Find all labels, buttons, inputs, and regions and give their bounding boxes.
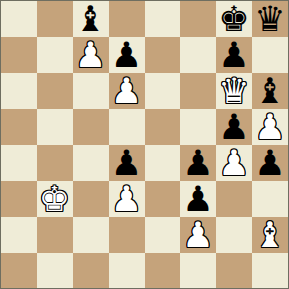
piece-black-queen[interactable]: ♛ [252,1,288,37]
piece-white-pawn[interactable]: ♟ [216,145,252,181]
square-h6[interactable]: ♝ [252,73,288,109]
square-a4[interactable] [1,145,37,181]
square-a2[interactable] [1,217,37,253]
piece-white-king[interactable]: ♚ [37,181,73,217]
piece-white-queen[interactable]: ♛ [216,73,252,109]
square-b8[interactable] [37,1,73,37]
square-d3[interactable]: ♟ [109,181,145,217]
square-c6[interactable] [73,73,109,109]
square-f1[interactable] [180,253,216,288]
square-g8[interactable]: ♚ [216,1,252,37]
square-e4[interactable] [145,145,181,181]
piece-black-pawn[interactable]: ♟ [180,181,216,217]
piece-black-king[interactable]: ♚ [216,1,252,37]
piece-black-pawn[interactable]: ♟ [109,145,145,181]
square-f8[interactable] [180,1,216,37]
square-e6[interactable] [145,73,181,109]
square-g7[interactable]: ♟ [216,37,252,73]
square-c8[interactable]: ♝ [73,1,109,37]
square-c5[interactable] [73,109,109,145]
square-c7[interactable]: ♟ [73,37,109,73]
square-h7[interactable] [252,37,288,73]
square-d6[interactable]: ♟ [109,73,145,109]
square-b5[interactable] [37,109,73,145]
square-h8[interactable]: ♛ [252,1,288,37]
square-e8[interactable] [145,1,181,37]
square-d2[interactable] [109,217,145,253]
piece-black-pawn[interactable]: ♟ [109,37,145,73]
square-g3[interactable] [216,181,252,217]
piece-white-pawn[interactable]: ♟ [180,217,216,253]
square-b2[interactable] [37,217,73,253]
square-g4[interactable]: ♟ [216,145,252,181]
piece-white-pawn[interactable]: ♟ [73,37,109,73]
square-g2[interactable] [216,217,252,253]
square-e5[interactable] [145,109,181,145]
square-d5[interactable] [109,109,145,145]
square-h5[interactable]: ♟ [252,109,288,145]
piece-black-pawn[interactable]: ♟ [180,145,216,181]
chess-board-frame: ♝♚♛♟♟♟♟♛♝♟♟♟♟♟♟♚♟♟♟♝ [0,0,289,289]
square-c3[interactable] [73,181,109,217]
square-c1[interactable] [73,253,109,288]
square-b6[interactable] [37,73,73,109]
square-d8[interactable] [109,1,145,37]
square-h2[interactable]: ♝ [252,217,288,253]
square-f6[interactable] [180,73,216,109]
square-g6[interactable]: ♛ [216,73,252,109]
square-f3[interactable]: ♟ [180,181,216,217]
square-b4[interactable] [37,145,73,181]
square-a1[interactable] [1,253,37,288]
square-e7[interactable] [145,37,181,73]
piece-black-pawn[interactable]: ♟ [216,109,252,145]
square-g1[interactable] [216,253,252,288]
square-d7[interactable]: ♟ [109,37,145,73]
square-e2[interactable] [145,217,181,253]
piece-white-pawn[interactable]: ♟ [109,181,145,217]
square-h4[interactable]: ♟ [252,145,288,181]
square-e1[interactable] [145,253,181,288]
square-h1[interactable] [252,253,288,288]
square-f2[interactable]: ♟ [180,217,216,253]
piece-black-bishop[interactable]: ♝ [252,73,288,109]
piece-black-bishop[interactable]: ♝ [73,1,109,37]
square-a7[interactable] [1,37,37,73]
square-a5[interactable] [1,109,37,145]
piece-white-pawn[interactable]: ♟ [109,73,145,109]
square-c2[interactable] [73,217,109,253]
square-g5[interactable]: ♟ [216,109,252,145]
square-f7[interactable] [180,37,216,73]
chess-board: ♝♚♛♟♟♟♟♛♝♟♟♟♟♟♟♚♟♟♟♝ [1,1,288,288]
square-d1[interactable] [109,253,145,288]
piece-white-bishop[interactable]: ♝ [252,217,288,253]
square-a6[interactable] [1,73,37,109]
piece-black-pawn[interactable]: ♟ [252,145,288,181]
square-h3[interactable] [252,181,288,217]
square-c4[interactable] [73,145,109,181]
square-a3[interactable] [1,181,37,217]
square-b3[interactable]: ♚ [37,181,73,217]
square-f5[interactable] [180,109,216,145]
square-b1[interactable] [37,253,73,288]
square-d4[interactable]: ♟ [109,145,145,181]
square-a8[interactable] [1,1,37,37]
piece-black-pawn[interactable]: ♟ [216,37,252,73]
square-e3[interactable] [145,181,181,217]
square-b7[interactable] [37,37,73,73]
square-f4[interactable]: ♟ [180,145,216,181]
piece-white-pawn[interactable]: ♟ [252,109,288,145]
